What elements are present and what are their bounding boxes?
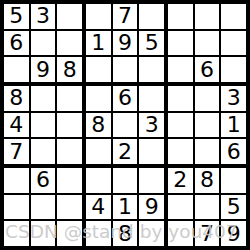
sudoku-cell-r1c1[interactable]: 5 <box>4 4 29 29</box>
sudoku-cell-r5c2[interactable] <box>31 113 56 138</box>
sudoku-box-7: 6 <box>4 168 82 246</box>
sudoku-cell-r1c2[interactable]: 3 <box>31 4 56 29</box>
sudoku-cell-r8c6[interactable]: 9 <box>139 195 164 220</box>
sudoku-cell-r3c3[interactable]: 8 <box>57 57 82 82</box>
sudoku-cell-r7c5[interactable] <box>113 168 138 193</box>
sudoku-cell-r3c6[interactable] <box>139 57 164 82</box>
sudoku-board: 536987195684768323166419828579 <box>0 0 250 250</box>
sudoku-box-6: 316 <box>168 86 246 164</box>
sudoku-cell-r5c9[interactable]: 1 <box>221 113 246 138</box>
sudoku-cell-r2c7[interactable] <box>168 31 193 56</box>
sudoku-cell-r4c4[interactable] <box>86 86 111 111</box>
sudoku-cell-r2c5[interactable]: 9 <box>113 31 138 56</box>
sudoku-cell-r7c8[interactable]: 8 <box>195 168 220 193</box>
sudoku-cell-r7c1[interactable] <box>4 168 29 193</box>
sudoku-cell-r2c1[interactable]: 6 <box>4 31 29 56</box>
sudoku-cell-r2c2[interactable] <box>31 31 56 56</box>
sudoku-cell-r2c3[interactable] <box>57 31 82 56</box>
sudoku-cell-r9c8[interactable]: 7 <box>195 221 220 246</box>
sudoku-cell-r2c6[interactable]: 5 <box>139 31 164 56</box>
sudoku-cell-r1c8[interactable] <box>195 4 220 29</box>
sudoku-box-3: 6 <box>168 4 246 82</box>
sudoku-cell-r7c2[interactable]: 6 <box>31 168 56 193</box>
sudoku-cell-r4c7[interactable] <box>168 86 193 111</box>
sudoku-cell-r3c2[interactable]: 9 <box>31 57 56 82</box>
sudoku-cell-r1c5[interactable]: 7 <box>113 4 138 29</box>
sudoku-cell-r9c9[interactable]: 9 <box>221 221 246 246</box>
sudoku-cell-r2c4[interactable]: 1 <box>86 31 111 56</box>
sudoku-cell-r9c1[interactable] <box>4 221 29 246</box>
sudoku-cell-r3c9[interactable] <box>221 57 246 82</box>
sudoku-cell-r8c4[interactable]: 4 <box>86 195 111 220</box>
sudoku-cell-r3c1[interactable] <box>4 57 29 82</box>
sudoku-cell-r4c9[interactable]: 3 <box>221 86 246 111</box>
sudoku-cell-r8c9[interactable]: 5 <box>221 195 246 220</box>
sudoku-cell-r5c7[interactable] <box>168 113 193 138</box>
sudoku-cell-r1c9[interactable] <box>221 4 246 29</box>
sudoku-cell-r9c7[interactable] <box>168 221 193 246</box>
sudoku-cell-r9c4[interactable] <box>86 221 111 246</box>
sudoku-cell-r6c1[interactable]: 7 <box>4 139 29 164</box>
sudoku-cell-r3c4[interactable] <box>86 57 111 82</box>
sudoku-cell-r5c6[interactable]: 3 <box>139 113 164 138</box>
sudoku-cell-r2c8[interactable] <box>195 31 220 56</box>
sudoku-box-5: 6832 <box>86 86 164 164</box>
sudoku-cell-r7c4[interactable] <box>86 168 111 193</box>
sudoku-cell-r9c6[interactable] <box>139 221 164 246</box>
sudoku-cell-r5c8[interactable] <box>195 113 220 138</box>
sudoku-cell-r5c1[interactable]: 4 <box>4 113 29 138</box>
sudoku-cell-r5c3[interactable] <box>57 113 82 138</box>
sudoku-cell-r6c8[interactable] <box>195 139 220 164</box>
sudoku-cell-r8c7[interactable] <box>168 195 193 220</box>
sudoku-box-2: 7195 <box>86 4 164 82</box>
sudoku-cell-r6c5[interactable]: 2 <box>113 139 138 164</box>
sudoku-cell-r4c6[interactable] <box>139 86 164 111</box>
sudoku-cell-r9c5[interactable]: 8 <box>113 221 138 246</box>
sudoku-cell-r7c9[interactable] <box>221 168 246 193</box>
sudoku-box-1: 53698 <box>4 4 82 82</box>
sudoku-cell-r6c9[interactable]: 6 <box>221 139 246 164</box>
sudoku-cell-r6c4[interactable] <box>86 139 111 164</box>
sudoku-cell-r9c3[interactable] <box>57 221 82 246</box>
sudoku-cell-r3c5[interactable] <box>113 57 138 82</box>
sudoku-cell-r1c4[interactable] <box>86 4 111 29</box>
sudoku-cell-r8c8[interactable] <box>195 195 220 220</box>
sudoku-cell-r6c3[interactable] <box>57 139 82 164</box>
sudoku-cell-r7c7[interactable]: 2 <box>168 168 193 193</box>
sudoku-cell-r6c7[interactable] <box>168 139 193 164</box>
sudoku-cell-r6c2[interactable] <box>31 139 56 164</box>
sudoku-cell-r4c2[interactable] <box>31 86 56 111</box>
sudoku-cell-r5c5[interactable] <box>113 113 138 138</box>
sudoku-box-8: 4198 <box>86 168 164 246</box>
sudoku-cell-r7c3[interactable] <box>57 168 82 193</box>
sudoku-cell-r1c3[interactable] <box>57 4 82 29</box>
sudoku-cell-r8c3[interactable] <box>57 195 82 220</box>
sudoku-cell-r2c9[interactable] <box>221 31 246 56</box>
sudoku-cell-r8c5[interactable]: 1 <box>113 195 138 220</box>
sudoku-cell-r4c5[interactable]: 6 <box>113 86 138 111</box>
sudoku-cell-r4c3[interactable] <box>57 86 82 111</box>
sudoku-cell-r8c1[interactable] <box>4 195 29 220</box>
sudoku-cell-r1c7[interactable] <box>168 4 193 29</box>
sudoku-cell-r1c6[interactable] <box>139 4 164 29</box>
sudoku-cell-r7c6[interactable] <box>139 168 164 193</box>
sudoku-cell-r6c6[interactable] <box>139 139 164 164</box>
sudoku-cell-r3c8[interactable]: 6 <box>195 57 220 82</box>
sudoku-box-4: 847 <box>4 86 82 164</box>
sudoku-cell-r9c2[interactable] <box>31 221 56 246</box>
sudoku-cell-r5c4[interactable]: 8 <box>86 113 111 138</box>
sudoku-cell-r8c2[interactable] <box>31 195 56 220</box>
sudoku-cell-r4c1[interactable]: 8 <box>4 86 29 111</box>
sudoku-cell-r4c8[interactable] <box>195 86 220 111</box>
sudoku-box-9: 28579 <box>168 168 246 246</box>
sudoku-cell-r3c7[interactable] <box>168 57 193 82</box>
